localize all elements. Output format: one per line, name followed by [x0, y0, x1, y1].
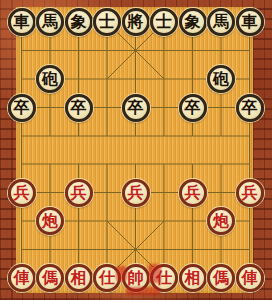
piece-red-soldier[interactable]: 兵 [179, 179, 207, 207]
piece-red-general[interactable]: 帥 [122, 264, 150, 292]
piece-black-soldier[interactable]: 卒 [65, 94, 93, 122]
piece-black-advisor[interactable]: 士 [93, 8, 121, 36]
piece-black-horse[interactable]: 馬 [207, 8, 235, 36]
piece-black-chariot[interactable]: 車 [8, 8, 36, 36]
piece-red-elephant[interactable]: 相 [179, 264, 207, 292]
piece-black-cannon[interactable]: 砲 [207, 65, 235, 93]
piece-black-soldier[interactable]: 卒 [122, 94, 150, 122]
piece-black-general[interactable]: 將 [122, 8, 150, 36]
piece-black-chariot[interactable]: 車 [236, 8, 264, 36]
piece-red-advisor[interactable]: 仕 [93, 264, 121, 292]
piece-red-soldier[interactable]: 兵 [236, 179, 264, 207]
piece-black-advisor[interactable]: 士 [150, 8, 178, 36]
piece-red-elephant[interactable]: 相 [65, 264, 93, 292]
piece-black-elephant[interactable]: 象 [179, 8, 207, 36]
piece-black-cannon[interactable]: 砲 [36, 65, 64, 93]
piece-red-advisor[interactable]: 仕 [150, 264, 178, 292]
piece-red-soldier[interactable]: 兵 [122, 179, 150, 207]
piece-black-soldier[interactable]: 卒 [236, 94, 264, 122]
piece-red-horse[interactable]: 傌 [36, 264, 64, 292]
piece-black-horse[interactable]: 馬 [36, 8, 64, 36]
piece-red-soldier[interactable]: 兵 [8, 179, 36, 207]
piece-red-horse[interactable]: 傌 [207, 264, 235, 292]
piece-red-chariot[interactable]: 俥 [8, 264, 36, 292]
piece-black-soldier[interactable]: 卒 [8, 94, 36, 122]
piece-black-elephant[interactable]: 象 [65, 8, 93, 36]
piece-black-soldier[interactable]: 卒 [179, 94, 207, 122]
piece-red-cannon[interactable]: 炮 [36, 207, 64, 235]
board-grid-lines [0, 0, 272, 300]
piece-red-soldier[interactable]: 兵 [65, 179, 93, 207]
xiangqi-board: 車馬象士將士象馬車砲砲卒卒卒卒卒兵兵兵兵兵炮炮俥傌相仕帥仕相傌俥 [0, 0, 272, 300]
piece-red-chariot[interactable]: 俥 [236, 264, 264, 292]
piece-red-cannon[interactable]: 炮 [207, 207, 235, 235]
